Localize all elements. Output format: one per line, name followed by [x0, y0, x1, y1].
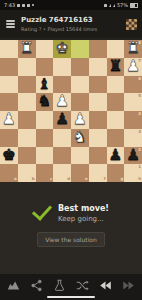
- square-d4[interactable]: ♟: [53, 111, 71, 129]
- gesture-navigation-bar[interactable]: [47, 296, 95, 298]
- square-c8[interactable]: [36, 40, 54, 58]
- square-f1[interactable]: f: [89, 164, 107, 182]
- white-knight[interactable]: ♞: [71, 129, 89, 147]
- feedback-title: Best move!: [58, 204, 109, 213]
- fast-forward-icon[interactable]: [122, 278, 136, 292]
- square-d5[interactable]: ♟: [53, 93, 71, 111]
- square-d2[interactable]: [53, 147, 71, 165]
- square-g8[interactable]: [107, 40, 125, 58]
- notification-icon: [22, 4, 25, 7]
- feedback-subtitle: Keep going...: [58, 215, 109, 223]
- chess-board[interactable]: ♜♚8♜♜7♟♝6♞♟5♟♟♟4♞3♚♟2♟abcdefg1h: [0, 40, 142, 182]
- rank-label-4: 4: [138, 112, 141, 116]
- square-d6[interactable]: [53, 76, 71, 94]
- square-e7[interactable]: [71, 58, 89, 76]
- app-header: Puzzle 764716163 Rating ? • Played 15644…: [0, 10, 142, 38]
- square-a5[interactable]: [0, 93, 18, 111]
- screenshot-icon: [104, 4, 107, 7]
- share-icon[interactable]: [30, 278, 44, 292]
- status-bar: 7:43 57%: [0, 0, 142, 10]
- square-e6[interactable]: [71, 76, 89, 94]
- square-c7[interactable]: [36, 58, 54, 76]
- square-b4[interactable]: [18, 111, 36, 129]
- square-h3[interactable]: 3: [124, 129, 142, 147]
- puzzle-title: Puzzle 764716163: [21, 16, 121, 24]
- square-g1[interactable]: g: [107, 164, 125, 182]
- square-c5[interactable]: ♞: [36, 93, 54, 111]
- white-pawn[interactable]: ♟: [71, 111, 89, 129]
- square-d3[interactable]: [53, 129, 71, 147]
- shuffle-icon[interactable]: [76, 278, 90, 292]
- rewind-icon[interactable]: [99, 278, 113, 292]
- phone-screen: 7:43 57% Puzzle 764716163 Rating ? • Pla…: [0, 0, 142, 300]
- white-king[interactable]: ♚: [53, 40, 71, 58]
- square-b6[interactable]: [18, 76, 36, 94]
- black-pawn[interactable]: ♟: [53, 111, 71, 129]
- file-label-g: g: [120, 177, 123, 181]
- square-g6[interactable]: [107, 76, 125, 94]
- square-e5[interactable]: [71, 93, 89, 111]
- square-d1[interactable]: d: [53, 164, 71, 182]
- rank-label-3: 3: [138, 130, 141, 134]
- notification-icon: [17, 4, 20, 7]
- file-label-e: e: [85, 177, 88, 181]
- square-f7[interactable]: [89, 58, 107, 76]
- more-notifications-icon: [32, 4, 34, 6]
- battery-percent-text: 57%: [117, 0, 128, 10]
- rank-label-6: 6: [138, 77, 141, 81]
- square-e2[interactable]: [71, 147, 89, 165]
- black-bishop[interactable]: ♝: [36, 76, 54, 94]
- square-a3[interactable]: [0, 129, 18, 147]
- square-h4[interactable]: 4: [124, 111, 142, 129]
- header-titles: Puzzle 764716163 Rating ? • Played 15644…: [21, 16, 121, 32]
- square-h2[interactable]: 2♟: [124, 147, 142, 165]
- square-h5[interactable]: 5: [124, 93, 142, 111]
- square-b7[interactable]: [18, 58, 36, 76]
- square-h7[interactable]: 7♟: [124, 58, 142, 76]
- file-label-a: a: [14, 177, 17, 181]
- white-pawn[interactable]: ♟: [124, 58, 142, 76]
- view-solution-button[interactable]: View the solution: [37, 232, 105, 247]
- black-pawn[interactable]: ♟: [124, 147, 142, 165]
- square-d8[interactable]: ♚: [53, 40, 71, 58]
- rank-label-5: 5: [138, 94, 141, 98]
- square-a4[interactable]: ♟: [0, 111, 18, 129]
- square-f3[interactable]: [89, 129, 107, 147]
- square-c1[interactable]: c: [36, 164, 54, 182]
- analysis-board-icon[interactable]: [126, 19, 137, 30]
- square-a2[interactable]: ♚: [0, 147, 18, 165]
- square-g2[interactable]: ♟: [107, 147, 125, 165]
- square-b1[interactable]: b: [18, 164, 36, 182]
- file-label-h: h: [138, 177, 141, 181]
- clock-text: 7:43: [4, 0, 15, 10]
- white-pawn[interactable]: ♟: [53, 93, 71, 111]
- bottom-toolbar: [0, 274, 142, 300]
- square-f6[interactable]: [89, 76, 107, 94]
- white-rook[interactable]: ♜: [124, 40, 142, 58]
- flask-icon[interactable]: [53, 278, 67, 292]
- square-e3[interactable]: ♞: [71, 129, 89, 147]
- chart-icon[interactable]: [7, 278, 21, 292]
- square-a6[interactable]: [0, 76, 18, 94]
- black-knight[interactable]: ♞: [36, 93, 54, 111]
- white-pawn[interactable]: ♟: [0, 111, 18, 129]
- square-b2[interactable]: [18, 147, 36, 165]
- rank-label-1: 1: [138, 165, 141, 169]
- white-rook[interactable]: ♜: [18, 40, 36, 58]
- square-c2[interactable]: [36, 147, 54, 165]
- wifi-icon: [109, 4, 111, 7]
- black-king[interactable]: ♚: [0, 147, 18, 165]
- square-g3[interactable]: [107, 129, 125, 147]
- square-b5[interactable]: [18, 93, 36, 111]
- square-e4[interactable]: ♟: [71, 111, 89, 129]
- square-h6[interactable]: 6: [124, 76, 142, 94]
- notification-icon: [27, 4, 30, 7]
- square-a7[interactable]: [0, 58, 18, 76]
- puzzle-subtitle: Rating ? • Played 15644 times: [21, 26, 121, 32]
- square-c3[interactable]: [36, 129, 54, 147]
- square-c4[interactable]: [36, 111, 54, 129]
- checkmark-icon: [32, 200, 52, 221]
- file-label-f: f: [104, 177, 106, 181]
- file-label-b: b: [32, 177, 35, 181]
- signal-icon: [113, 4, 115, 7]
- square-g4[interactable]: [107, 111, 125, 129]
- square-f4[interactable]: [89, 111, 107, 129]
- square-g7[interactable]: ♜: [107, 58, 125, 76]
- battery-icon: [130, 3, 138, 8]
- feedback-panel: Best move! Keep going... View the soluti…: [0, 182, 142, 274]
- square-g5[interactable]: [107, 93, 125, 111]
- square-f8[interactable]: [89, 40, 107, 58]
- square-h8[interactable]: 8♜: [124, 40, 142, 58]
- square-h1[interactable]: 1h: [124, 164, 142, 182]
- black-rook[interactable]: ♜: [107, 58, 125, 76]
- square-c6[interactable]: ♝: [36, 76, 54, 94]
- black-pawn[interactable]: ♟: [107, 147, 125, 165]
- square-b3[interactable]: [18, 129, 36, 147]
- square-d7[interactable]: [53, 58, 71, 76]
- square-b8[interactable]: ♜: [18, 40, 36, 58]
- square-f2[interactable]: [89, 147, 107, 165]
- file-label-d: d: [67, 177, 70, 181]
- menu-icon[interactable]: [5, 18, 16, 30]
- square-e8[interactable]: [71, 40, 89, 58]
- square-e1[interactable]: e: [71, 164, 89, 182]
- file-label-c: c: [50, 177, 52, 181]
- square-f5[interactable]: [89, 93, 107, 111]
- square-a1[interactable]: a: [0, 164, 18, 182]
- square-a8[interactable]: [0, 40, 18, 58]
